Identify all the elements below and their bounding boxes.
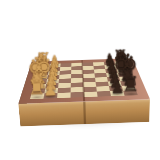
piece-black-pawn: ♟ (101, 79, 133, 96)
square-h5 (84, 92, 98, 98)
front-fold-seam (83, 101, 86, 124)
chess-set-scene: ♜♞♝♛♚♝♞♜♟♟♟♟♟♟♟♟♟♟♟♟♟♟♟♟♜♞♝♛♚♝♞♜ (0, 0, 160, 160)
piece-white-rook: ♜ (21, 77, 53, 98)
box-front-face (18, 99, 150, 126)
product-photo: ♜♞♝♛♚♝♞♜♟♟♟♟♟♟♟♟♟♟♟♟♟♟♟♟♜♞♝♛♚♝♞♜ (0, 0, 160, 160)
folding-chess-box: ♜♞♝♛♚♝♞♜♟♟♟♟♟♟♟♟♟♟♟♟♟♟♟♟♜♞♝♛♚♝♞♜ (18, 58, 150, 103)
